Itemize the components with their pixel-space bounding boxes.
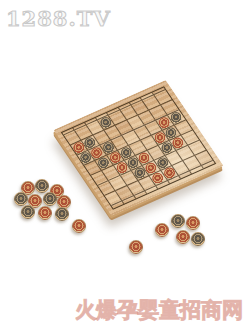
- loose-piece-red-stamp: [129, 240, 143, 254]
- loose-piece-red-stamp: [38, 206, 52, 220]
- loose-piece-brown-stamp: [55, 207, 69, 221]
- loose-piece-brown-stamp: [21, 205, 35, 219]
- loose-piece-red-stamp: [186, 216, 200, 230]
- watermark-1288tv: 1288.TV: [6, 6, 111, 31]
- loose-piece-brown-stamp: [171, 214, 185, 228]
- loose-piece-brown-stamp: [43, 192, 57, 206]
- loose-piece-brown-stamp: [191, 232, 205, 246]
- watermark-site-name: 火爆孕婴童招商网: [75, 299, 243, 321]
- board-grid: [61, 86, 216, 209]
- game-board: [53, 80, 223, 216]
- loose-piece-brown-stamp: [35, 179, 49, 193]
- loose-piece-brown-stamp: [14, 192, 28, 206]
- loose-piece-red-stamp: [176, 230, 190, 244]
- loose-piece-red-stamp: [72, 219, 86, 233]
- loose-piece-red-stamp: [155, 223, 169, 237]
- product-photo: 1288.TV 火爆孕婴童招商网: [0, 0, 250, 330]
